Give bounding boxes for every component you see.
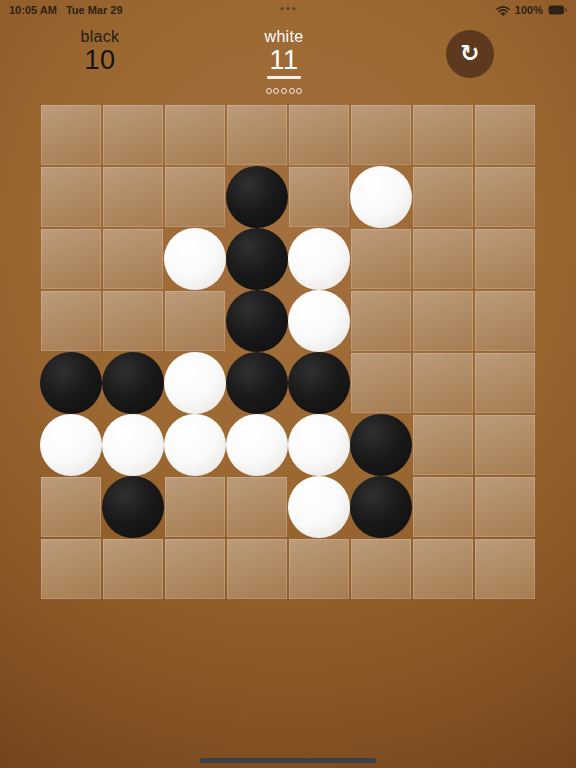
empty-square	[227, 105, 287, 165]
board-cell-f6	[351, 415, 411, 475]
board-cell-h7[interactable]	[475, 477, 535, 537]
empty-square	[475, 167, 535, 227]
date: Tue Mar 29	[66, 4, 123, 16]
empty-square	[413, 415, 473, 475]
board-cell-f4[interactable]	[351, 291, 411, 351]
black-score-value: 10	[40, 46, 160, 74]
board-cell-e3	[289, 229, 349, 289]
empty-square	[41, 229, 101, 289]
black-player-label: black	[40, 28, 160, 45]
home-indicator[interactable]	[200, 758, 377, 763]
empty-square	[413, 291, 473, 351]
empty-square	[165, 539, 225, 599]
white-disc	[288, 414, 350, 476]
black-disc	[226, 352, 288, 414]
board-cell-d7[interactable]	[227, 477, 287, 537]
empty-square	[475, 477, 535, 537]
board-cell-c7[interactable]	[165, 477, 225, 537]
restart-button[interactable]: ↻	[446, 30, 494, 78]
white-disc	[40, 414, 102, 476]
battery-icon	[548, 5, 567, 15]
board-cell-f8[interactable]	[351, 539, 411, 599]
black-score-panel: black 10	[40, 28, 160, 74]
empty-square	[289, 105, 349, 165]
empty-square	[41, 539, 101, 599]
board-cell-e1[interactable]	[289, 105, 349, 165]
more-indicator-icon	[281, 7, 296, 10]
black-disc	[226, 166, 288, 228]
white-disc	[288, 476, 350, 538]
empty-square	[413, 353, 473, 413]
board-cell-d6	[227, 415, 287, 475]
board-cell-b4[interactable]	[103, 291, 163, 351]
turn-dot	[289, 88, 295, 94]
board-cell-b6	[103, 415, 163, 475]
othello-app-screen: 10:05 AM Tue Mar 29 100% black 10 white …	[0, 0, 576, 768]
white-score-panel: white 11	[224, 28, 344, 94]
board-cell-a8[interactable]	[41, 539, 101, 599]
white-score-value: 11	[224, 46, 344, 74]
board-cell-h2[interactable]	[475, 167, 535, 227]
empty-square	[103, 229, 163, 289]
wifi-icon	[496, 5, 510, 16]
board-cell-b8[interactable]	[103, 539, 163, 599]
board-cell-d8[interactable]	[227, 539, 287, 599]
board-cell-d3	[227, 229, 287, 289]
board-cell-f1[interactable]	[351, 105, 411, 165]
black-disc	[40, 352, 102, 414]
black-disc	[226, 290, 288, 352]
white-disc	[288, 290, 350, 352]
board-cell-g4[interactable]	[413, 291, 473, 351]
board-cell-h4[interactable]	[475, 291, 535, 351]
empty-square	[41, 291, 101, 351]
empty-square	[475, 415, 535, 475]
empty-square	[41, 477, 101, 537]
empty-square	[351, 539, 411, 599]
empty-square	[475, 353, 535, 413]
board-cell-a1[interactable]	[41, 105, 101, 165]
board-cell-b7	[103, 477, 163, 537]
turn-dot	[281, 88, 287, 94]
empty-square	[103, 539, 163, 599]
black-disc	[350, 476, 412, 538]
board-cell-e2[interactable]	[289, 167, 349, 227]
empty-square	[351, 353, 411, 413]
board-cell-a3[interactable]	[41, 229, 101, 289]
board-cell-f7	[351, 477, 411, 537]
board-cell-b2[interactable]	[103, 167, 163, 227]
empty-square	[103, 167, 163, 227]
empty-square	[475, 291, 535, 351]
board-cell-a4[interactable]	[41, 291, 101, 351]
white-disc	[164, 414, 226, 476]
white-disc	[350, 166, 412, 228]
board-cell-g5[interactable]	[413, 353, 473, 413]
board-cell-g2[interactable]	[413, 167, 473, 227]
status-bar: 10:05 AM Tue Mar 29 100%	[0, 0, 576, 20]
board-cell-h5[interactable]	[475, 353, 535, 413]
board-cell-c4[interactable]	[165, 291, 225, 351]
empty-square	[227, 539, 287, 599]
empty-square	[41, 105, 101, 165]
empty-square	[413, 477, 473, 537]
black-disc	[102, 352, 164, 414]
white-disc	[164, 352, 226, 414]
empty-square	[475, 539, 535, 599]
white-disc	[226, 414, 288, 476]
board-cell-f3[interactable]	[351, 229, 411, 289]
board-cell-d4	[227, 291, 287, 351]
board-cell-b3[interactable]	[103, 229, 163, 289]
board-cell-h3[interactable]	[475, 229, 535, 289]
board-cell-g8[interactable]	[413, 539, 473, 599]
board-cell-f2	[351, 167, 411, 227]
board-cell-e4	[289, 291, 349, 351]
board-cell-h1[interactable]	[475, 105, 535, 165]
empty-square	[289, 539, 349, 599]
board-cell-h8[interactable]	[475, 539, 535, 599]
board-cell-d1[interactable]	[227, 105, 287, 165]
empty-square	[165, 291, 225, 351]
board-cell-c5	[165, 353, 225, 413]
empty-square	[413, 105, 473, 165]
board-cell-e8[interactable]	[289, 539, 349, 599]
empty-square	[41, 167, 101, 227]
board-cell-e5	[289, 353, 349, 413]
board-cell-g7[interactable]	[413, 477, 473, 537]
board-cell-a6	[41, 415, 101, 475]
board-cell-f5[interactable]	[351, 353, 411, 413]
empty-square	[413, 229, 473, 289]
white-disc	[288, 228, 350, 290]
empty-square	[351, 105, 411, 165]
black-disc	[288, 352, 350, 414]
board-cell-a7[interactable]	[41, 477, 101, 537]
battery-percent: 100%	[515, 4, 543, 16]
board-cell-e6	[289, 415, 349, 475]
status-left: 10:05 AM Tue Mar 29	[9, 4, 123, 16]
board-cell-c1[interactable]	[165, 105, 225, 165]
board-cell-b5	[103, 353, 163, 413]
white-player-label: white	[224, 28, 344, 45]
turn-dots	[224, 88, 344, 94]
board-cell-d5	[227, 353, 287, 413]
board-cell-g3[interactable]	[413, 229, 473, 289]
empty-square	[165, 167, 225, 227]
turn-dot	[273, 88, 279, 94]
board-cell-a2[interactable]	[41, 167, 101, 227]
clock: 10:05 AM	[9, 4, 57, 16]
empty-square	[475, 229, 535, 289]
board-cell-h6[interactable]	[475, 415, 535, 475]
black-disc	[226, 228, 288, 290]
board-cell-c2[interactable]	[165, 167, 225, 227]
empty-square	[227, 477, 287, 537]
empty-square	[103, 105, 163, 165]
turn-indicator-underline	[267, 76, 301, 79]
empty-square	[165, 105, 225, 165]
empty-square	[475, 105, 535, 165]
status-right: 100%	[496, 4, 567, 16]
white-disc	[164, 228, 226, 290]
black-disc	[350, 414, 412, 476]
board-cell-b1[interactable]	[103, 105, 163, 165]
board-cell-d2	[227, 167, 287, 227]
empty-square	[351, 291, 411, 351]
board	[39, 103, 537, 601]
board-cell-c3	[165, 229, 225, 289]
white-disc	[102, 414, 164, 476]
board-cell-g1[interactable]	[413, 105, 473, 165]
refresh-icon: ↻	[460, 42, 479, 65]
board-cell-c8[interactable]	[165, 539, 225, 599]
board-cell-c6	[165, 415, 225, 475]
black-disc	[102, 476, 164, 538]
turn-dot	[296, 88, 302, 94]
empty-square	[413, 167, 473, 227]
empty-square	[351, 229, 411, 289]
board-cell-e7	[289, 477, 349, 537]
empty-square	[413, 539, 473, 599]
turn-dot	[266, 88, 272, 94]
board-cell-a5	[41, 353, 101, 413]
empty-square	[103, 291, 163, 351]
empty-square	[289, 167, 349, 227]
board-cell-g6[interactable]	[413, 415, 473, 475]
empty-square	[165, 477, 225, 537]
